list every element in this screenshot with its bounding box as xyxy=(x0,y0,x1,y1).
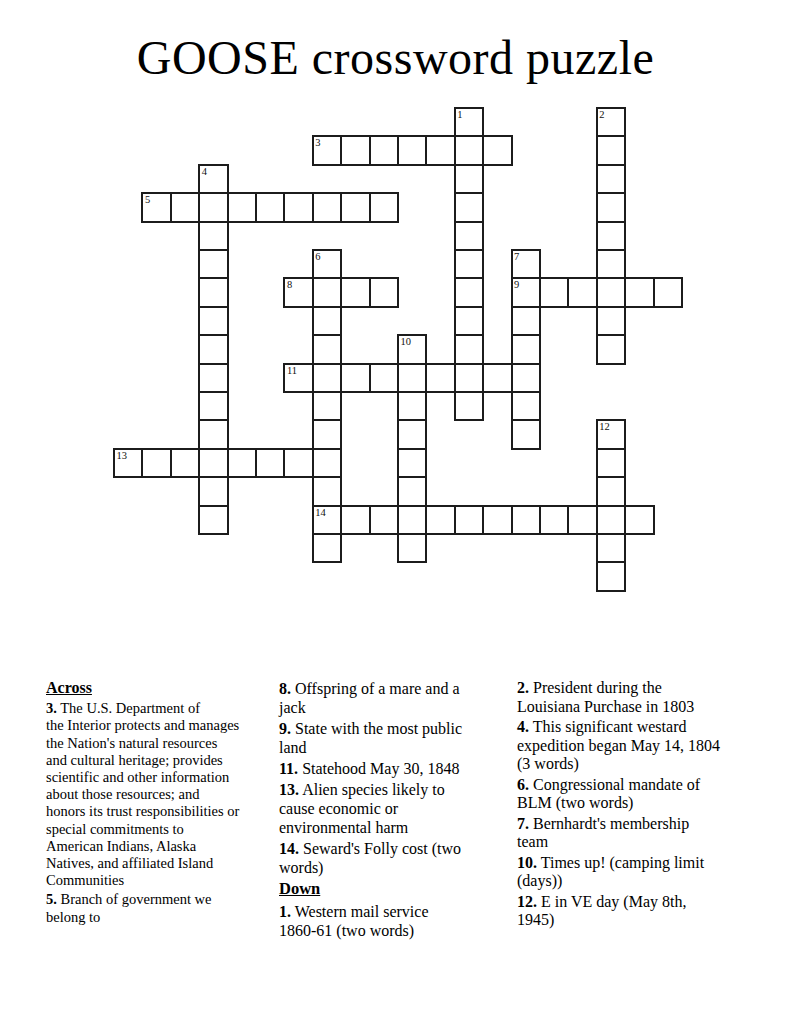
clue-text: State with the most public land xyxy=(279,720,462,756)
grid-cell-r2c3[interactable]: 4 xyxy=(198,164,228,194)
clue-down-7: 7. Bernhardt's membership team xyxy=(517,815,767,852)
grid-cell-r8c3[interactable] xyxy=(198,334,228,364)
clue-number: 6 xyxy=(315,251,320,262)
grid-cell-r6c6[interactable]: 8 xyxy=(283,277,313,307)
grid-cell-r8c17[interactable] xyxy=(596,334,626,364)
grid-cell-r1c13[interactable] xyxy=(482,135,512,165)
clue-text: E in VE day (May 8th, 1945) xyxy=(517,893,686,929)
page: { "game": "crossword", "title": "GOOSE c… xyxy=(0,0,791,1024)
grid-cell-r14c12[interactable] xyxy=(454,505,484,535)
grid-cell-r14c15[interactable] xyxy=(539,505,569,535)
grid-cell-r10c12[interactable] xyxy=(454,391,484,421)
grid-cell-r0c12[interactable]: 1 xyxy=(454,107,484,137)
grid-cell-r8c10[interactable]: 10 xyxy=(397,334,427,364)
clue-across-3: 3. The U.S. Department of the Interior p… xyxy=(46,700,282,889)
grid-cell-r14c13[interactable] xyxy=(482,505,512,535)
grid-cell-r10c3[interactable] xyxy=(198,391,228,421)
grid-cell-r6c19[interactable] xyxy=(653,277,683,307)
clue-num-label: 4. xyxy=(517,718,529,735)
grid-cell-r3c7[interactable] xyxy=(312,192,342,222)
clue-number: 9 xyxy=(514,279,519,290)
across-header: Across xyxy=(46,679,282,696)
grid-cell-r6c7[interactable] xyxy=(312,277,342,307)
clue-number: 5 xyxy=(145,194,150,205)
clue-text: Western mail service 1860-61 (two words) xyxy=(279,903,428,939)
grid-cell-r15c17[interactable] xyxy=(596,533,626,563)
clue-across-13: 13. Alien species likely to cause econom… xyxy=(279,780,515,837)
grid-cell-r11c7[interactable] xyxy=(312,419,342,449)
grid-cell-r6c16[interactable] xyxy=(567,277,597,307)
clue-column-2: 8. Offspring of a mare and a jack9. Stat… xyxy=(279,679,515,942)
clue-across-14: 14. Seward's Folly cost (two words) xyxy=(279,839,515,877)
grid-cell-r4c12[interactable] xyxy=(454,221,484,251)
grid-cell-r5c3[interactable] xyxy=(198,249,228,279)
grid-cell-r15c7[interactable] xyxy=(312,533,342,563)
clue-num-label: 8. xyxy=(279,680,291,697)
clue-text: Branch of government we belong to xyxy=(46,891,212,924)
grid-cell-r7c12[interactable] xyxy=(454,306,484,336)
grid-cell-r14c3[interactable] xyxy=(198,505,228,535)
grid-cell-r4c3[interactable] xyxy=(198,221,228,251)
clue-down-6: 6. Congressional mandate of BLM (two wor… xyxy=(517,776,767,813)
clue-text: Statehood May 30, 1848 xyxy=(302,760,459,777)
grid-cell-r9c7[interactable] xyxy=(312,363,342,393)
grid-cell-r9c11[interactable] xyxy=(425,363,455,393)
grid-cell-r7c7[interactable] xyxy=(312,306,342,336)
clue-number: 2 xyxy=(599,109,604,120)
clue-number: 14 xyxy=(315,507,326,518)
grid-cell-r3c8[interactable] xyxy=(340,192,370,222)
grid-cell-r9c10[interactable] xyxy=(397,363,427,393)
grid-cell-r7c3[interactable] xyxy=(198,306,228,336)
clue-text: Alien species likely to cause economic o… xyxy=(279,781,445,836)
clue-num-label: 9. xyxy=(279,720,291,737)
clue-number: 8 xyxy=(287,279,292,290)
clue-number: 3 xyxy=(315,137,320,148)
clue-num-label: 5. xyxy=(46,891,57,907)
clue-num-label: 1. xyxy=(279,903,291,920)
grid-cell-r9c9[interactable] xyxy=(369,363,399,393)
clue-num-label: 6. xyxy=(517,776,529,793)
grid-cell-r14c8[interactable] xyxy=(340,505,370,535)
grid-cell-r11c14[interactable] xyxy=(511,419,541,449)
grid-cell-r11c3[interactable] xyxy=(198,419,228,449)
grid-cell-r1c17[interactable] xyxy=(596,135,626,165)
grid-cell-r3c3[interactable] xyxy=(198,192,228,222)
grid-cell-r6c18[interactable] xyxy=(624,277,654,307)
clue-num-label: 11. xyxy=(279,760,298,777)
clue-text: Seward's Folly cost (two words) xyxy=(279,840,461,876)
grid-cell-r1c7[interactable]: 3 xyxy=(312,135,342,165)
grid-cell-r12c3[interactable] xyxy=(198,448,228,478)
grid-cell-r3c4[interactable] xyxy=(227,192,257,222)
clue-text: Times up! (camping limit (days)) xyxy=(517,854,704,890)
clue-text: Offspring of a mare and a jack xyxy=(279,680,460,716)
grid-cell-r4c17[interactable] xyxy=(596,221,626,251)
clue-across-8: 8. Offspring of a mare and a jack xyxy=(279,679,515,717)
grid-cell-r9c6[interactable]: 11 xyxy=(283,363,313,393)
clue-text: The U.S. Department of the Interior prot… xyxy=(46,700,239,888)
grid-cell-r7c17[interactable] xyxy=(596,306,626,336)
grid-cell-r9c12[interactable] xyxy=(454,363,484,393)
clue-number: 12 xyxy=(599,421,610,432)
grid-cell-r2c17[interactable] xyxy=(596,164,626,194)
grid-cell-r10c14[interactable] xyxy=(511,391,541,421)
grid-cell-r14c17[interactable] xyxy=(596,505,626,535)
grid-cell-r6c3[interactable] xyxy=(198,277,228,307)
grid-cell-r1c11[interactable] xyxy=(425,135,455,165)
grid-cell-r9c8[interactable] xyxy=(340,363,370,393)
grid-cell-r6c14[interactable]: 9 xyxy=(511,277,541,307)
clue-down-2: 2. President during the Louisiana Purcha… xyxy=(517,679,767,716)
grid-cell-r10c10[interactable] xyxy=(397,391,427,421)
clue-num-label: 10. xyxy=(517,854,537,871)
grid-cell-r12c1[interactable] xyxy=(141,448,171,478)
grid-cell-r1c8[interactable] xyxy=(340,135,370,165)
grid-cell-r13c7[interactable] xyxy=(312,476,342,506)
grid-cell-r13c3[interactable] xyxy=(198,476,228,506)
grid-cell-r1c9[interactable] xyxy=(369,135,399,165)
grid-cell-r16c17[interactable] xyxy=(596,561,626,591)
clue-number: 7 xyxy=(514,251,519,262)
grid-cell-r14c16[interactable] xyxy=(567,505,597,535)
clue-down-10: 10. Times up! (camping limit (days)) xyxy=(517,854,767,891)
grid-cell-r15c10[interactable] xyxy=(397,533,427,563)
clue-num-label: 2. xyxy=(517,679,529,696)
grid-cell-r14c18[interactable] xyxy=(624,505,654,535)
clue-number: 10 xyxy=(401,336,412,347)
clue-down-4: 4. This significant westard expedition b… xyxy=(517,718,767,774)
grid-cell-r11c10[interactable] xyxy=(397,419,427,449)
grid-cell-r13c17[interactable] xyxy=(596,476,626,506)
clue-down-12: 12. E in VE day (May 8th, 1945) xyxy=(517,893,767,930)
grid-cell-r8c12[interactable] xyxy=(454,334,484,364)
grid-cell-r13c10[interactable] xyxy=(397,476,427,506)
clue-text: Bernhardt's membership team xyxy=(517,815,689,851)
grid-cell-r9c13[interactable] xyxy=(482,363,512,393)
grid-cell-r6c12[interactable] xyxy=(454,277,484,307)
grid-cell-r7c14[interactable] xyxy=(511,306,541,336)
grid-cell-r14c11[interactable] xyxy=(425,505,455,535)
clue-num-label: 7. xyxy=(517,815,529,832)
clue-text: Congressional mandate of BLM (two words) xyxy=(517,776,700,812)
grid-cell-r6c9[interactable] xyxy=(369,277,399,307)
grid-cell-r1c10[interactable] xyxy=(397,135,427,165)
clue-column-3: 2. President during the Louisiana Purcha… xyxy=(517,679,767,932)
crossword-grid: 1234567891011121314 xyxy=(113,107,683,592)
grid-cell-r6c8[interactable] xyxy=(340,277,370,307)
grid-cell-r8c7[interactable] xyxy=(312,334,342,364)
grid-cell-r5c14[interactable]: 7 xyxy=(511,249,541,279)
grid-cell-r12c10[interactable] xyxy=(397,448,427,478)
grid-cell-r12c7[interactable] xyxy=(312,448,342,478)
clue-across-5: 5. Branch of government we belong to xyxy=(46,891,282,925)
grid-cell-r5c12[interactable] xyxy=(454,249,484,279)
grid-cell-r3c17[interactable] xyxy=(596,192,626,222)
grid-cell-r14c9[interactable] xyxy=(369,505,399,535)
grid-cell-r3c1[interactable]: 5 xyxy=(141,192,171,222)
clue-num-label: 14. xyxy=(279,840,299,857)
grid-cell-r12c0[interactable]: 13 xyxy=(113,448,143,478)
clue-text: President during the Louisiana Purchase … xyxy=(517,679,694,715)
down-header: Down xyxy=(279,879,515,898)
grid-cell-r6c15[interactable] xyxy=(539,277,569,307)
grid-cell-r14c10[interactable] xyxy=(397,505,427,535)
clue-across-11: 11. Statehood May 30, 1848 xyxy=(279,759,515,778)
grid-cell-r12c2[interactable] xyxy=(170,448,200,478)
clue-number: 1 xyxy=(457,109,462,120)
grid-cell-r14c7[interactable]: 14 xyxy=(312,505,342,535)
grid-cell-r6c17[interactable] xyxy=(596,277,626,307)
grid-cell-r9c3[interactable] xyxy=(198,363,228,393)
grid-cell-r12c6[interactable] xyxy=(283,448,313,478)
clue-number: 11 xyxy=(287,365,297,376)
grid-cell-r11c17[interactable]: 12 xyxy=(596,419,626,449)
grid-cell-r0c17[interactable]: 2 xyxy=(596,107,626,137)
grid-cell-r9c14[interactable] xyxy=(511,363,541,393)
clue-column-1: Across3. The U.S. Department of the Inte… xyxy=(46,679,282,928)
puzzle-title: GOOSE crossword puzzle xyxy=(0,30,791,85)
grid-cell-r12c4[interactable] xyxy=(227,448,257,478)
grid-cell-r14c14[interactable] xyxy=(511,505,541,535)
grid-cell-r12c5[interactable] xyxy=(255,448,285,478)
grid-cell-r3c12[interactable] xyxy=(454,192,484,222)
grid-cell-r3c2[interactable] xyxy=(170,192,200,222)
grid-cell-r2c12[interactable] xyxy=(454,164,484,194)
clue-text: This significant westard expedition bega… xyxy=(517,718,720,772)
grid-cell-r10c7[interactable] xyxy=(312,391,342,421)
clue-across-9: 9. State with the most public land xyxy=(279,719,515,757)
clue-down-1: 1. Western mail service 1860-61 (two wor… xyxy=(279,902,515,940)
grid-cell-r5c7[interactable]: 6 xyxy=(312,249,342,279)
grid-cell-r5c17[interactable] xyxy=(596,249,626,279)
clue-number: 4 xyxy=(202,166,207,177)
clue-number: 13 xyxy=(117,450,128,461)
grid-cell-r3c6[interactable] xyxy=(283,192,313,222)
clue-num-label: 12. xyxy=(517,893,537,910)
grid-cell-r1c12[interactable] xyxy=(454,135,484,165)
grid-cell-r3c5[interactable] xyxy=(255,192,285,222)
grid-cell-r12c17[interactable] xyxy=(596,448,626,478)
grid-cell-r3c9[interactable] xyxy=(369,192,399,222)
clue-num-label: 13. xyxy=(279,781,299,798)
clue-num-label: 3. xyxy=(46,700,57,716)
grid-cell-r8c14[interactable] xyxy=(511,334,541,364)
